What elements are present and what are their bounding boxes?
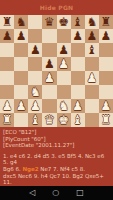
chess-board: ♜♞♛♚♝♞♜♟♟♟♟♟♟♟♝♟♟♟♟♞♟♟♟♞♟♟♜♝♛♚♝♜ (0, 15, 113, 127)
pgn-move-text: 1. e4 c6 2. d4 d5 3. e5 Bf5 4. Nc3 e6 5.… (3, 153, 104, 166)
black-pawn: ♟ (57, 43, 71, 57)
home-icon[interactable]: ○ (52, 186, 59, 200)
black-rook: ♜ (0, 15, 14, 29)
white-knight: ♞ (57, 99, 71, 113)
black-pawn: ♟ (99, 29, 113, 43)
white-pawn: ♟ (99, 99, 113, 113)
square-h2[interactable]: ♟ (99, 99, 113, 113)
recents-icon[interactable]: □ (76, 186, 84, 200)
square-c2[interactable]: ♟ (28, 99, 42, 113)
square-a5[interactable] (0, 57, 14, 71)
white-pawn: ♟ (0, 99, 14, 113)
white-bishop: ♝ (28, 113, 42, 127)
white-pawn: ♟ (71, 99, 85, 113)
white-rook: ♜ (99, 113, 113, 127)
white-pawn: ♟ (42, 71, 56, 85)
square-e6[interactable]: ♟ (57, 43, 71, 57)
square-h5[interactable] (99, 57, 113, 71)
square-b1[interactable] (14, 113, 28, 127)
square-g6[interactable]: ♝ (85, 43, 99, 57)
square-d1[interactable]: ♛ (42, 113, 56, 127)
square-c6[interactable]: ♟ (28, 43, 42, 57)
square-f7[interactable]: ♟ (71, 29, 85, 43)
square-d3[interactable] (42, 85, 56, 99)
square-e5[interactable]: ♟ (57, 57, 71, 71)
pgn-move-line: 1. e4 c6 2. d4 d5 3. e5 Bf5 4. Nc3 e6 5.… (3, 153, 110, 166)
square-e1[interactable]: ♚ (57, 113, 71, 127)
square-g2[interactable] (85, 99, 99, 113)
black-pawn: ♟ (28, 43, 42, 57)
pgn-move-text: Bg6 6. (3, 166, 23, 172)
pgn-tag: [PlyCount "60"] (3, 136, 110, 143)
square-h8[interactable]: ♜ (99, 15, 113, 29)
square-g3[interactable] (85, 85, 99, 99)
square-f5[interactable] (71, 57, 85, 71)
white-pawn: ♟ (28, 99, 42, 113)
black-pawn: ♟ (71, 29, 85, 43)
square-e8[interactable]: ♚ (57, 15, 71, 29)
black-rook: ♜ (99, 15, 113, 29)
square-a2[interactable]: ♟ (0, 99, 14, 113)
square-d2[interactable] (42, 99, 56, 113)
square-b7[interactable]: ♟ (14, 29, 28, 43)
square-f8[interactable]: ♝ (71, 15, 85, 29)
black-pawn: ♟ (42, 57, 56, 71)
square-a7[interactable]: ♟ (0, 29, 14, 43)
square-c7[interactable] (28, 29, 42, 43)
white-pawn: ♟ (57, 57, 71, 71)
square-a1[interactable]: ♜ (0, 113, 14, 127)
square-h6[interactable] (99, 43, 113, 57)
square-h4[interactable] (99, 71, 113, 85)
square-c4[interactable] (28, 71, 42, 85)
square-d7[interactable] (42, 29, 56, 43)
hide-pgn-label: Hide PGN (40, 4, 73, 11)
white-queen: ♛ (42, 113, 56, 127)
square-d5[interactable]: ♟ (42, 57, 56, 71)
square-g4[interactable]: ♟ (85, 71, 99, 85)
black-knight: ♞ (85, 15, 99, 29)
square-b4[interactable] (14, 71, 28, 85)
square-g5[interactable] (85, 57, 99, 71)
current-move-highlight: Nge2 (23, 166, 39, 172)
square-e7[interactable] (57, 29, 71, 43)
pgn-tag: [ECO "B12"] (3, 129, 110, 136)
white-bishop: ♝ (71, 113, 85, 127)
white-pawn: ♟ (85, 71, 99, 85)
square-c8[interactable] (28, 15, 42, 29)
square-e4[interactable] (57, 71, 71, 85)
square-a4[interactable] (0, 71, 14, 85)
hide-pgn-button[interactable]: Hide PGN (0, 0, 113, 15)
app-root: Hide PGN ♜♞♛♚♝♞♜♟♟♟♟♟♟♟♝♟♟♟♟♞♟♟♟♞♟♟♜♝♛♚♝… (0, 0, 113, 200)
square-d6[interactable] (42, 43, 56, 57)
white-pawn: ♟ (14, 99, 28, 113)
square-c5[interactable] (28, 57, 42, 71)
square-h1[interactable]: ♜ (99, 113, 113, 127)
square-a3[interactable] (0, 85, 14, 99)
pgn-moves: 1. e4 c6 2. d4 d5 3. e5 Bf5 4. Nc3 e6 5.… (3, 153, 110, 186)
square-b8[interactable]: ♞ (14, 15, 28, 29)
black-king: ♚ (57, 15, 71, 29)
square-d4[interactable]: ♟ (42, 71, 56, 85)
square-g8[interactable]: ♞ (85, 15, 99, 29)
pgn-move-line: Bg6 6. Nge2 Ne7 7. Nf4 c5 8. (3, 166, 110, 173)
square-c3[interactable]: ♞ (28, 85, 42, 99)
square-e3[interactable] (57, 85, 71, 99)
pgn-tag: [EventDate "2001.11.27"] (3, 142, 110, 149)
square-b5[interactable] (14, 57, 28, 71)
pgn-tags: [ECO "B12"][PlyCount "60"][EventDate "20… (3, 129, 110, 149)
square-a6[interactable] (0, 43, 14, 57)
pgn-panel: [ECO "B12"][PlyCount "60"][EventDate "20… (0, 127, 113, 186)
white-rook: ♜ (0, 113, 14, 127)
square-a8[interactable]: ♜ (0, 15, 14, 29)
square-f2[interactable]: ♟ (71, 99, 85, 113)
back-icon[interactable]: ◁ (29, 186, 35, 200)
pgn-move-line: dxc5 Nec6 9. h4 Qc7 10. Bg2 Qxe5+ 11. (3, 173, 110, 186)
square-g7[interactable]: ♟ (85, 29, 99, 43)
black-pawn: ♟ (14, 29, 28, 43)
pgn-move-text: dxc5 Nec6 9. h4 Qc7 10. Bg2 Qxe5+ 11. (3, 173, 104, 186)
square-f1[interactable]: ♝ (71, 113, 85, 127)
square-b6[interactable] (14, 43, 28, 57)
black-bishop: ♝ (71, 15, 85, 29)
square-f3[interactable] (71, 85, 85, 99)
square-c1[interactable]: ♝ (28, 113, 42, 127)
square-h3[interactable] (99, 85, 113, 99)
square-b3[interactable] (14, 85, 28, 99)
white-king: ♚ (57, 113, 71, 127)
square-f6[interactable] (71, 43, 85, 57)
square-d8[interactable]: ♛ (42, 15, 56, 29)
white-knight: ♞ (28, 85, 42, 99)
black-bishop: ♝ (85, 43, 99, 57)
black-pawn: ♟ (0, 29, 14, 43)
android-navbar: ◁○□ (0, 186, 113, 200)
black-pawn: ♟ (85, 29, 99, 43)
square-e2[interactable]: ♞ (57, 99, 71, 113)
black-knight: ♞ (14, 15, 28, 29)
square-h7[interactable]: ♟ (99, 29, 113, 43)
square-b2[interactable]: ♟ (14, 99, 28, 113)
square-f4[interactable] (71, 71, 85, 85)
pgn-move-text: Ne7 7. Nf4 c5 8. (39, 166, 85, 172)
black-queen: ♛ (42, 15, 56, 29)
square-g1[interactable] (85, 113, 99, 127)
